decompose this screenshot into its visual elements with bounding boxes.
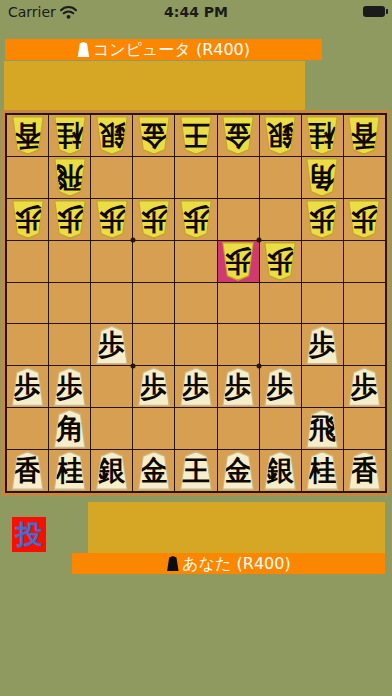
shogi-piece[interactable]: 角 xyxy=(52,409,88,448)
piece-body: 王 xyxy=(179,453,212,489)
board-cell[interactable]: 飛 xyxy=(49,157,90,198)
piece-body: 香 xyxy=(11,453,44,489)
piece-body: 歩 xyxy=(179,201,212,237)
piece-glyph: 桂 xyxy=(56,117,84,153)
shogi-piece[interactable]: 桂 xyxy=(52,116,88,155)
piece-body: 歩 xyxy=(222,243,255,279)
board-cell[interactable]: 歩 xyxy=(302,324,343,365)
piece-glyph: 飛 xyxy=(56,159,84,195)
board-cell[interactable] xyxy=(175,283,216,324)
piece-body: 角 xyxy=(53,411,86,447)
piece-glyph: 銀 xyxy=(98,117,126,153)
shogi-piece[interactable]: 銀 xyxy=(262,116,298,155)
board-cell[interactable] xyxy=(91,283,132,324)
board-cell[interactable] xyxy=(260,408,301,449)
board-cell[interactable] xyxy=(344,241,385,282)
player-banner: あなた (R400) xyxy=(72,553,385,574)
board-cell[interactable]: 歩 xyxy=(218,366,259,407)
shogi-piece[interactable]: 銀 xyxy=(262,451,298,490)
board-cell[interactable]: 歩 xyxy=(7,199,48,240)
board-cell[interactable] xyxy=(260,324,301,365)
shogi-piece[interactable]: 歩 xyxy=(262,242,298,281)
board-cell[interactable]: 桂 xyxy=(49,450,90,491)
board-cell[interactable] xyxy=(91,241,132,282)
piece-glyph: 金 xyxy=(140,453,168,489)
board-cell[interactable]: 歩 xyxy=(218,241,259,282)
piece-body: 角 xyxy=(306,159,339,195)
piece-body: 歩 xyxy=(53,201,86,237)
board-cell[interactable]: 銀 xyxy=(260,115,301,156)
piece-glyph: 歩 xyxy=(308,327,336,363)
board-cell[interactable]: 歩 xyxy=(91,199,132,240)
piece-glyph: 歩 xyxy=(266,369,294,405)
piece-glyph: 角 xyxy=(56,411,84,447)
piece-glyph: 香 xyxy=(14,117,42,153)
board-cell[interactable]: 歩 xyxy=(133,366,174,407)
board-cell[interactable]: 歩 xyxy=(260,241,301,282)
shogi-piece[interactable]: 飛 xyxy=(304,409,340,448)
board-cell[interactable] xyxy=(7,283,48,324)
board-cell[interactable] xyxy=(218,324,259,365)
board-cell[interactable]: 歩 xyxy=(175,366,216,407)
board-cell[interactable]: 歩 xyxy=(344,199,385,240)
piece-glyph: 銀 xyxy=(266,453,294,489)
piece-glyph: 香 xyxy=(350,117,378,153)
shogi-board[interactable]: 香桂銀金王金銀桂香飛角歩歩歩歩歩歩歩歩歩歩歩歩歩歩歩歩歩歩角飛香桂銀金王金銀桂香 xyxy=(5,113,387,493)
piece-glyph: 歩 xyxy=(266,243,294,279)
board-cell[interactable]: 歩 xyxy=(49,366,90,407)
player-hand-tray[interactable] xyxy=(88,502,385,553)
piece-body: 歩 xyxy=(348,201,381,237)
board-cell[interactable] xyxy=(218,283,259,324)
shogi-piece[interactable]: 歩 xyxy=(262,367,298,406)
shogi-piece[interactable]: 歩 xyxy=(346,367,382,406)
shogi-piece[interactable]: 金 xyxy=(136,116,172,155)
board-cell[interactable]: 桂 xyxy=(302,450,343,491)
board-cell[interactable] xyxy=(302,241,343,282)
piece-body: 金 xyxy=(137,117,170,153)
shogi-piece[interactable]: 歩 xyxy=(136,367,172,406)
star-point xyxy=(257,363,262,368)
board-cell[interactable] xyxy=(133,157,174,198)
black-piece-icon xyxy=(166,556,179,571)
piece-glyph: 金 xyxy=(224,453,252,489)
board-cell[interactable] xyxy=(260,199,301,240)
shogi-piece[interactable]: 香 xyxy=(346,451,382,490)
star-point xyxy=(130,238,135,243)
board-cell[interactable] xyxy=(260,283,301,324)
board-cell[interactable]: 金 xyxy=(133,450,174,491)
piece-body: 銀 xyxy=(95,117,128,153)
piece-glyph: 桂 xyxy=(56,453,84,489)
board-cell[interactable] xyxy=(49,241,90,282)
board-cell[interactable] xyxy=(175,324,216,365)
piece-glyph: 歩 xyxy=(140,369,168,405)
piece-body: 歩 xyxy=(11,201,44,237)
piece-body: 歩 xyxy=(53,369,86,405)
piece-glyph: 歩 xyxy=(98,327,126,363)
opponent-hand-tray[interactable] xyxy=(4,61,305,111)
board-cell[interactable] xyxy=(302,366,343,407)
piece-body: 桂 xyxy=(53,453,86,489)
board-cell[interactable]: 歩 xyxy=(91,324,132,365)
board-cell[interactable] xyxy=(218,408,259,449)
board-cell[interactable]: 歩 xyxy=(133,199,174,240)
shogi-piece[interactable]: 歩 xyxy=(136,200,172,239)
piece-body: 歩 xyxy=(137,369,170,405)
board-cell[interactable]: 歩 xyxy=(49,199,90,240)
board-cell[interactable]: 角 xyxy=(302,157,343,198)
white-piece-icon xyxy=(77,42,90,57)
piece-body: 歩 xyxy=(306,201,339,237)
shogi-piece[interactable]: 歩 xyxy=(94,325,130,364)
piece-glyph: 歩 xyxy=(224,243,252,279)
board-cell[interactable]: 銀 xyxy=(91,115,132,156)
shogi-piece[interactable]: 歩 xyxy=(346,200,382,239)
board-cell[interactable] xyxy=(175,157,216,198)
opponent-banner: コンピュータ (R400) xyxy=(5,39,322,60)
piece-glyph: 銀 xyxy=(266,117,294,153)
battery-icon xyxy=(363,6,385,17)
board-cell[interactable]: 桂 xyxy=(302,115,343,156)
piece-glyph: 歩 xyxy=(14,201,42,237)
board-cell[interactable] xyxy=(49,324,90,365)
board-cell[interactable]: 香 xyxy=(344,115,385,156)
piece-body: 金 xyxy=(222,117,255,153)
board-cell[interactable]: 金 xyxy=(133,115,174,156)
board-cell[interactable]: 銀 xyxy=(91,450,132,491)
piece-glyph: 歩 xyxy=(224,369,252,405)
board-cell[interactable]: 金 xyxy=(218,450,259,491)
shogi-piece[interactable]: 歩 xyxy=(304,325,340,364)
shogi-piece[interactable]: 桂 xyxy=(52,451,88,490)
piece-body: 王 xyxy=(179,117,212,153)
piece-glyph: 歩 xyxy=(182,369,210,405)
shogi-piece[interactable]: 歩 xyxy=(10,367,46,406)
shogi-piece[interactable]: 香 xyxy=(10,451,46,490)
status-bar: Carrier 4:44 PM xyxy=(0,0,392,24)
board-cell[interactable]: 歩 xyxy=(302,199,343,240)
board-cell[interactable] xyxy=(175,241,216,282)
resign-button[interactable]: 投 xyxy=(12,517,46,552)
piece-body: 桂 xyxy=(306,117,339,153)
piece-glyph: 歩 xyxy=(98,201,126,237)
piece-glyph: 歩 xyxy=(182,201,210,237)
piece-body: 歩 xyxy=(137,201,170,237)
star-point xyxy=(130,363,135,368)
shogi-piece[interactable]: 歩 xyxy=(304,200,340,239)
board-cell[interactable]: 金 xyxy=(218,115,259,156)
board-cell[interactable]: 王 xyxy=(175,115,216,156)
board-cell[interactable]: 銀 xyxy=(260,450,301,491)
board-cell[interactable] xyxy=(133,324,174,365)
piece-glyph: 金 xyxy=(224,117,252,153)
board-cell[interactable] xyxy=(7,157,48,198)
board-cell[interactable] xyxy=(7,408,48,449)
board-cell[interactable] xyxy=(49,283,90,324)
shogi-piece[interactable]: 香 xyxy=(346,116,382,155)
board-cell[interactable] xyxy=(7,241,48,282)
board-cell[interactable] xyxy=(91,157,132,198)
board-cell[interactable] xyxy=(302,283,343,324)
shogi-piece[interactable]: 王 xyxy=(178,116,214,155)
piece-body: 銀 xyxy=(95,453,128,489)
shogi-piece[interactable]: 歩 xyxy=(220,242,256,281)
board-cell[interactable] xyxy=(133,408,174,449)
piece-body: 歩 xyxy=(11,369,44,405)
piece-body: 金 xyxy=(222,453,255,489)
piece-body: 歩 xyxy=(264,369,297,405)
board-cell[interactable] xyxy=(344,324,385,365)
board-cell[interactable] xyxy=(344,408,385,449)
board-cell[interactable]: 飛 xyxy=(302,408,343,449)
piece-body: 歩 xyxy=(179,369,212,405)
board-cell[interactable]: 歩 xyxy=(260,366,301,407)
shogi-piece[interactable]: 銀 xyxy=(94,116,130,155)
shogi-piece[interactable]: 歩 xyxy=(10,200,46,239)
piece-body: 歩 xyxy=(95,327,128,363)
piece-body: 銀 xyxy=(264,453,297,489)
piece-glyph: 歩 xyxy=(350,201,378,237)
shogi-piece[interactable]: 歩 xyxy=(178,200,214,239)
piece-body: 歩 xyxy=(222,369,255,405)
board-cell[interactable] xyxy=(133,283,174,324)
opponent-name: コンピュータ (R400) xyxy=(93,39,250,60)
board-cell[interactable]: 香 xyxy=(7,450,48,491)
shogi-piece[interactable]: 香 xyxy=(10,116,46,155)
shogi-piece[interactable]: 桂 xyxy=(304,116,340,155)
board-cell[interactable] xyxy=(218,157,259,198)
shogi-piece[interactable]: 飛 xyxy=(52,158,88,197)
board-cell[interactable]: 歩 xyxy=(175,199,216,240)
piece-glyph: 歩 xyxy=(56,369,84,405)
shogi-piece[interactable]: 金 xyxy=(220,116,256,155)
shogi-piece[interactable]: 銀 xyxy=(94,451,130,490)
board-cell[interactable] xyxy=(260,157,301,198)
piece-glyph: 歩 xyxy=(14,369,42,405)
board-cell[interactable] xyxy=(7,324,48,365)
board-cell[interactable]: 桂 xyxy=(49,115,90,156)
piece-body: 銀 xyxy=(264,117,297,153)
board-frame: 香桂銀金王金銀桂香飛角歩歩歩歩歩歩歩歩歩歩歩歩歩歩歩歩歩歩角飛香桂銀金王金銀桂香 xyxy=(2,110,390,496)
shogi-piece[interactable]: 歩 xyxy=(94,200,130,239)
piece-body: 桂 xyxy=(306,453,339,489)
piece-glyph: 歩 xyxy=(350,369,378,405)
piece-glyph: 銀 xyxy=(98,453,126,489)
piece-glyph: 飛 xyxy=(308,411,336,447)
board-cell[interactable] xyxy=(91,408,132,449)
board-cell[interactable] xyxy=(344,157,385,198)
piece-body: 歩 xyxy=(264,243,297,279)
piece-body: 歩 xyxy=(95,201,128,237)
board-cell[interactable]: 王 xyxy=(175,450,216,491)
piece-glyph: 歩 xyxy=(308,201,336,237)
piece-body: 飛 xyxy=(306,411,339,447)
board-cell[interactable] xyxy=(175,408,216,449)
star-point xyxy=(257,238,262,243)
piece-glyph: 桂 xyxy=(308,117,336,153)
piece-glyph: 王 xyxy=(182,453,210,489)
piece-body: 金 xyxy=(137,453,170,489)
board-cell[interactable] xyxy=(218,199,259,240)
piece-glyph: 角 xyxy=(308,159,336,195)
shogi-piece[interactable]: 歩 xyxy=(178,367,214,406)
shogi-piece[interactable]: 歩 xyxy=(220,367,256,406)
player-name: あなた (R400) xyxy=(182,553,290,574)
board-cell[interactable]: 香 xyxy=(7,115,48,156)
piece-body: 香 xyxy=(348,117,381,153)
piece-body: 歩 xyxy=(306,327,339,363)
piece-glyph: 桂 xyxy=(308,453,336,489)
shogi-piece[interactable]: 歩 xyxy=(52,200,88,239)
board-cell[interactable]: 歩 xyxy=(344,366,385,407)
shogi-piece[interactable]: 角 xyxy=(304,158,340,197)
board-cell[interactable] xyxy=(91,366,132,407)
shogi-piece[interactable]: 桂 xyxy=(304,451,340,490)
piece-body: 香 xyxy=(348,453,381,489)
piece-glyph: 香 xyxy=(350,453,378,489)
board-cell[interactable] xyxy=(133,241,174,282)
board-cell[interactable]: 歩 xyxy=(7,366,48,407)
shogi-piece[interactable]: 歩 xyxy=(52,367,88,406)
shogi-piece[interactable]: 金 xyxy=(136,451,172,490)
piece-body: 香 xyxy=(11,117,44,153)
piece-glyph: 金 xyxy=(140,117,168,153)
shogi-piece[interactable]: 金 xyxy=(220,451,256,490)
piece-body: 桂 xyxy=(53,117,86,153)
piece-glyph: 歩 xyxy=(56,201,84,237)
piece-glyph: 王 xyxy=(182,117,210,153)
piece-body: 飛 xyxy=(53,159,86,195)
board-cell[interactable]: 香 xyxy=(344,450,385,491)
clock-time: 4:44 PM xyxy=(0,4,392,20)
piece-glyph: 歩 xyxy=(140,201,168,237)
piece-body: 歩 xyxy=(348,369,381,405)
piece-glyph: 香 xyxy=(14,453,42,489)
board-cell[interactable] xyxy=(344,283,385,324)
shogi-piece[interactable]: 王 xyxy=(178,451,214,490)
board-cell[interactable]: 角 xyxy=(49,408,90,449)
